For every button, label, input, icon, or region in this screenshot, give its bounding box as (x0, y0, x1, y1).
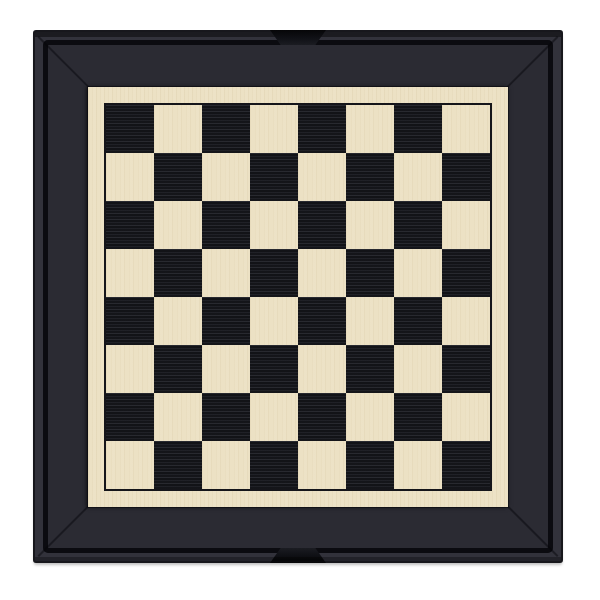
square-g2[interactable] (394, 393, 442, 441)
square-a2[interactable] (106, 393, 154, 441)
square-a8[interactable] (106, 105, 154, 153)
square-c1[interactable] (202, 441, 250, 489)
square-b3[interactable] (154, 345, 202, 393)
square-c5[interactable] (202, 249, 250, 297)
square-g4[interactable] (394, 297, 442, 345)
photo-stage (0, 0, 600, 600)
square-e2[interactable] (298, 393, 346, 441)
square-h1[interactable] (442, 441, 490, 489)
square-g3[interactable] (394, 345, 442, 393)
square-c4[interactable] (202, 297, 250, 345)
square-f6[interactable] (346, 201, 394, 249)
square-f2[interactable] (346, 393, 394, 441)
square-h3[interactable] (442, 345, 490, 393)
square-h2[interactable] (442, 393, 490, 441)
square-h7[interactable] (442, 153, 490, 201)
square-e8[interactable] (298, 105, 346, 153)
square-b7[interactable] (154, 153, 202, 201)
square-e4[interactable] (298, 297, 346, 345)
game-box-frame (33, 30, 563, 563)
square-e5[interactable] (298, 249, 346, 297)
square-d1[interactable] (250, 441, 298, 489)
square-g7[interactable] (394, 153, 442, 201)
square-b8[interactable] (154, 105, 202, 153)
square-e7[interactable] (298, 153, 346, 201)
square-a3[interactable] (106, 345, 154, 393)
square-g5[interactable] (394, 249, 442, 297)
square-c2[interactable] (202, 393, 250, 441)
square-c7[interactable] (202, 153, 250, 201)
square-c6[interactable] (202, 201, 250, 249)
square-e1[interactable] (298, 441, 346, 489)
square-e3[interactable] (298, 345, 346, 393)
square-d5[interactable] (250, 249, 298, 297)
square-b2[interactable] (154, 393, 202, 441)
square-d6[interactable] (250, 201, 298, 249)
square-d2[interactable] (250, 393, 298, 441)
square-f7[interactable] (346, 153, 394, 201)
square-f8[interactable] (346, 105, 394, 153)
square-f1[interactable] (346, 441, 394, 489)
square-b4[interactable] (154, 297, 202, 345)
square-g1[interactable] (394, 441, 442, 489)
square-c8[interactable] (202, 105, 250, 153)
square-b6[interactable] (154, 201, 202, 249)
square-f5[interactable] (346, 249, 394, 297)
square-b1[interactable] (154, 441, 202, 489)
square-a1[interactable] (106, 441, 154, 489)
square-h4[interactable] (442, 297, 490, 345)
square-b5[interactable] (154, 249, 202, 297)
square-a6[interactable] (106, 201, 154, 249)
square-g6[interactable] (394, 201, 442, 249)
square-a4[interactable] (106, 297, 154, 345)
square-d8[interactable] (250, 105, 298, 153)
square-a5[interactable] (106, 249, 154, 297)
square-a7[interactable] (106, 153, 154, 201)
square-g8[interactable] (394, 105, 442, 153)
chessboard (88, 87, 508, 507)
square-d4[interactable] (250, 297, 298, 345)
square-f3[interactable] (346, 345, 394, 393)
square-h8[interactable] (442, 105, 490, 153)
square-f4[interactable] (346, 297, 394, 345)
square-d7[interactable] (250, 153, 298, 201)
square-d3[interactable] (250, 345, 298, 393)
board-grid (104, 103, 492, 491)
square-h6[interactable] (442, 201, 490, 249)
square-c3[interactable] (202, 345, 250, 393)
square-e6[interactable] (298, 201, 346, 249)
square-h5[interactable] (442, 249, 490, 297)
